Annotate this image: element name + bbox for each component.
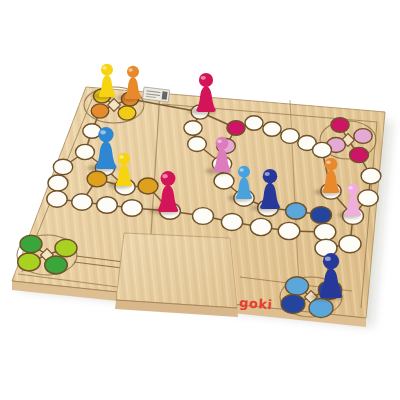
course-circle-M	[227, 121, 245, 136]
course-circle-w	[263, 122, 281, 137]
course-circle-LB	[309, 298, 333, 317]
pawn-orange[interactable]	[125, 66, 141, 99]
pawn-magenta[interactable]	[196, 73, 215, 112]
course-circle-w	[278, 222, 300, 239]
course-circle-w	[83, 124, 101, 139]
course-circle-B	[311, 207, 332, 224]
course-circle-w	[48, 175, 68, 191]
course-circle-w	[188, 137, 207, 152]
course-circle-w	[221, 214, 242, 231]
course-circle-Li	[18, 253, 41, 271]
course-circle-w	[245, 116, 263, 130]
course-circle-w	[339, 235, 361, 253]
course-circle-w	[281, 129, 299, 144]
course-circle-G	[45, 256, 68, 274]
course-circle-w	[313, 142, 332, 157]
ludo-board: goki	[0, 0, 400, 400]
course-circle-M	[331, 118, 349, 132]
course-circle-w	[361, 168, 381, 184]
course-circle-G	[20, 235, 42, 253]
course-circle-LB	[286, 203, 307, 220]
course-circle-O	[91, 104, 109, 118]
course-circle-w	[184, 121, 202, 136]
course-circle-Li	[55, 239, 77, 257]
course-circle-w	[193, 208, 214, 225]
course-circle-LB	[285, 277, 308, 296]
pawn-yellow[interactable]	[99, 64, 115, 97]
goki-logo: goki	[239, 295, 273, 312]
course-circle-M	[350, 147, 369, 162]
course-circle-Oc	[138, 178, 158, 194]
course-circle-w	[214, 173, 234, 189]
course-circle-w	[72, 194, 93, 210]
course-circle-Y	[118, 106, 136, 120]
course-circle-w	[250, 218, 271, 235]
ludo-board-photo: goki	[0, 0, 400, 400]
course-circle-w	[53, 159, 72, 175]
course-circle-w	[97, 197, 118, 214]
course-circle-w	[314, 223, 336, 240]
course-circle-w	[358, 190, 378, 206]
course-circle-P	[354, 129, 372, 144]
course-circle-w	[76, 144, 95, 159]
course-circle-B	[281, 295, 305, 314]
course-circle-w	[122, 200, 143, 217]
course-circle-w	[47, 191, 67, 207]
course-circle-Oc	[87, 171, 107, 187]
